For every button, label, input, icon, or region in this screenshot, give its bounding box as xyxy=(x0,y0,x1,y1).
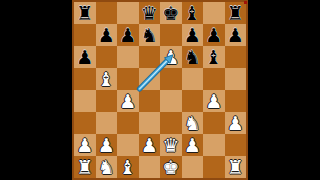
chess-board: ♜♛♚♝♜♟♟♞♟♟♟♟♟♞♝♝♟♟♞♟♟♟♟♛♟♜♞♝♚♜ xyxy=(72,0,248,180)
square-d1 xyxy=(139,156,161,178)
black-pawn-a6: ♟ xyxy=(76,46,93,68)
black-pawn-f7: ♟ xyxy=(184,24,201,46)
square-e6: ♟ xyxy=(160,46,182,68)
square-d4 xyxy=(139,90,161,112)
black-rook-a8: ♜ xyxy=(76,2,93,24)
square-b2: ♟ xyxy=(96,134,118,156)
black-knight-d7: ♞ xyxy=(141,24,158,46)
square-c8 xyxy=(117,2,139,24)
white-bishop-c1: ♝ xyxy=(119,156,136,178)
square-g6: ♝ xyxy=(203,46,225,68)
black-bishop-g6: ♝ xyxy=(205,46,222,68)
white-pawn-a2: ♟ xyxy=(76,134,93,156)
square-d2: ♟ xyxy=(139,134,161,156)
square-a6: ♟ xyxy=(74,46,96,68)
black-pawn-h7: ♟ xyxy=(227,24,244,46)
white-knight-b1: ♞ xyxy=(98,156,115,178)
black-rook-h8: ♜ xyxy=(227,2,244,24)
square-f8: ♝ xyxy=(182,2,204,24)
square-c1: ♝ xyxy=(117,156,139,178)
square-a4 xyxy=(74,90,96,112)
white-pawn-h3: ♟ xyxy=(227,112,244,134)
square-e7 xyxy=(160,24,182,46)
white-king-e1: ♚ xyxy=(162,156,179,178)
white-rook-h1: ♜ xyxy=(227,156,244,178)
square-h8: ♜ xyxy=(225,2,247,24)
video-frame: ♜♛♚♝♜♟♟♞♟♟♟♟♟♞♝♝♟♟♞♟♟♟♟♛♟♜♞♝♚♜ xyxy=(0,0,320,180)
square-e1: ♚ xyxy=(160,156,182,178)
square-e3 xyxy=(160,112,182,134)
square-f1 xyxy=(182,156,204,178)
square-g8 xyxy=(203,2,225,24)
square-b8 xyxy=(96,2,118,24)
square-g5 xyxy=(203,68,225,90)
square-f4 xyxy=(182,90,204,112)
square-a2: ♟ xyxy=(74,134,96,156)
square-d7: ♞ xyxy=(139,24,161,46)
white-pawn-d2: ♟ xyxy=(141,134,158,156)
square-c4: ♟ xyxy=(117,90,139,112)
black-bishop-f8: ♝ xyxy=(184,2,201,24)
square-b4 xyxy=(96,90,118,112)
square-f3: ♞ xyxy=(182,112,204,134)
square-c7: ♟ xyxy=(117,24,139,46)
square-a1: ♜ xyxy=(74,156,96,178)
square-h1: ♜ xyxy=(225,156,247,178)
square-g2 xyxy=(203,134,225,156)
square-c3 xyxy=(117,112,139,134)
square-h2 xyxy=(225,134,247,156)
white-pawn-b2: ♟ xyxy=(98,134,115,156)
black-king-e8: ♚ xyxy=(162,2,179,24)
board-grid: ♜♛♚♝♜♟♟♞♟♟♟♟♟♞♝♝♟♟♞♟♟♟♟♛♟♜♞♝♚♜ xyxy=(74,2,246,178)
white-pawn-c4: ♟ xyxy=(119,90,136,112)
square-d3 xyxy=(139,112,161,134)
black-queen-d8: ♛ xyxy=(141,2,158,24)
square-g7: ♟ xyxy=(203,24,225,46)
white-pawn-f2: ♟ xyxy=(184,134,201,156)
square-e2: ♛ xyxy=(160,134,182,156)
square-g3 xyxy=(203,112,225,134)
square-b5: ♝ xyxy=(96,68,118,90)
square-b3 xyxy=(96,112,118,134)
square-c6 xyxy=(117,46,139,68)
white-pawn-e6: ♟ xyxy=(162,46,179,68)
square-h5 xyxy=(225,68,247,90)
white-rook-a1: ♜ xyxy=(76,156,93,178)
square-g4: ♟ xyxy=(203,90,225,112)
square-f2: ♟ xyxy=(182,134,204,156)
square-f6: ♞ xyxy=(182,46,204,68)
square-d8: ♛ xyxy=(139,2,161,24)
square-a3 xyxy=(74,112,96,134)
square-e4 xyxy=(160,90,182,112)
square-d5 xyxy=(139,68,161,90)
square-a8: ♜ xyxy=(74,2,96,24)
black-pawn-b7: ♟ xyxy=(98,24,115,46)
square-b7: ♟ xyxy=(96,24,118,46)
square-h3: ♟ xyxy=(225,112,247,134)
square-c5 xyxy=(117,68,139,90)
square-h7: ♟ xyxy=(225,24,247,46)
black-pawn-c7: ♟ xyxy=(119,24,136,46)
square-h6 xyxy=(225,46,247,68)
square-b6 xyxy=(96,46,118,68)
square-a5 xyxy=(74,68,96,90)
square-e8: ♚ xyxy=(160,2,182,24)
square-f7: ♟ xyxy=(182,24,204,46)
white-knight-f3: ♞ xyxy=(184,112,201,134)
square-g1 xyxy=(203,156,225,178)
square-a7 xyxy=(74,24,96,46)
square-h4 xyxy=(225,90,247,112)
square-c2 xyxy=(117,134,139,156)
white-pawn-g4: ♟ xyxy=(205,90,222,112)
white-bishop-b5: ♝ xyxy=(98,68,115,90)
white-queen-e2: ♛ xyxy=(162,134,179,156)
square-e5 xyxy=(160,68,182,90)
square-f5 xyxy=(182,68,204,90)
black-knight-f6: ♞ xyxy=(184,46,201,68)
black-pawn-g7: ♟ xyxy=(205,24,222,46)
square-b1: ♞ xyxy=(96,156,118,178)
black-to-move-indicator xyxy=(244,1,247,4)
square-d6 xyxy=(139,46,161,68)
